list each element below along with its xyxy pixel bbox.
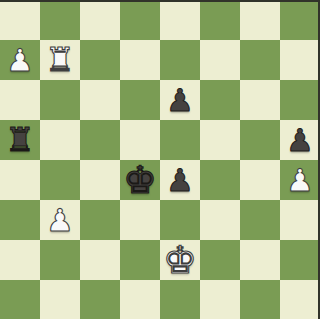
piece-black-king[interactable]: ♚ bbox=[120, 160, 160, 200]
square-f2[interactable] bbox=[200, 240, 240, 280]
square-c7[interactable] bbox=[80, 40, 120, 80]
square-h8[interactable] bbox=[280, 0, 320, 40]
square-f8[interactable] bbox=[200, 0, 240, 40]
square-c8[interactable] bbox=[80, 0, 120, 40]
square-f4[interactable] bbox=[200, 160, 240, 200]
square-c6[interactable] bbox=[80, 80, 120, 120]
square-c3[interactable] bbox=[80, 200, 120, 240]
square-g4[interactable] bbox=[240, 160, 280, 200]
square-b4[interactable] bbox=[40, 160, 80, 200]
square-d8[interactable] bbox=[120, 0, 160, 40]
square-a8[interactable] bbox=[0, 0, 40, 40]
square-g2[interactable] bbox=[240, 240, 280, 280]
square-g5[interactable] bbox=[240, 120, 280, 160]
square-h6[interactable] bbox=[280, 80, 320, 120]
square-a7[interactable]: ♟ bbox=[0, 40, 40, 80]
square-d7[interactable] bbox=[120, 40, 160, 80]
square-a1[interactable] bbox=[0, 280, 40, 319]
piece-black-pawn[interactable]: ♟ bbox=[160, 80, 200, 120]
piece-white-rook[interactable]: ♜ bbox=[40, 40, 80, 80]
chess-board-container: ♟♜♟♜♟♚♟♟♟♚ bbox=[0, 0, 320, 319]
square-e5[interactable] bbox=[160, 120, 200, 160]
square-e4[interactable]: ♟ bbox=[160, 160, 200, 200]
square-d6[interactable] bbox=[120, 80, 160, 120]
square-e2[interactable]: ♚ bbox=[160, 240, 200, 280]
piece-black-pawn[interactable]: ♟ bbox=[280, 120, 320, 160]
square-d4[interactable]: ♚ bbox=[120, 160, 160, 200]
square-b8[interactable] bbox=[40, 0, 80, 40]
square-d3[interactable] bbox=[120, 200, 160, 240]
square-a3[interactable] bbox=[0, 200, 40, 240]
piece-white-pawn[interactable]: ♟ bbox=[0, 40, 40, 80]
square-b2[interactable] bbox=[40, 240, 80, 280]
square-g8[interactable] bbox=[240, 0, 280, 40]
square-f5[interactable] bbox=[200, 120, 240, 160]
square-g6[interactable] bbox=[240, 80, 280, 120]
square-b5[interactable] bbox=[40, 120, 80, 160]
square-a5[interactable]: ♜ bbox=[0, 120, 40, 160]
square-e7[interactable] bbox=[160, 40, 200, 80]
square-b3[interactable]: ♟ bbox=[40, 200, 80, 240]
square-h7[interactable] bbox=[280, 40, 320, 80]
square-e1[interactable] bbox=[160, 280, 200, 319]
square-f3[interactable] bbox=[200, 200, 240, 240]
piece-black-rook[interactable]: ♜ bbox=[0, 120, 40, 160]
piece-white-pawn[interactable]: ♟ bbox=[40, 200, 80, 240]
piece-white-pawn[interactable]: ♟ bbox=[280, 160, 320, 200]
square-d2[interactable] bbox=[120, 240, 160, 280]
square-h4[interactable]: ♟ bbox=[280, 160, 320, 200]
square-g1[interactable] bbox=[240, 280, 280, 319]
board-top-border bbox=[0, 0, 320, 2]
square-c1[interactable] bbox=[80, 280, 120, 319]
square-h3[interactable] bbox=[280, 200, 320, 240]
square-g7[interactable] bbox=[240, 40, 280, 80]
square-b6[interactable] bbox=[40, 80, 80, 120]
square-f7[interactable] bbox=[200, 40, 240, 80]
square-g3[interactable] bbox=[240, 200, 280, 240]
square-b7[interactable]: ♜ bbox=[40, 40, 80, 80]
square-d1[interactable] bbox=[120, 280, 160, 319]
square-c5[interactable] bbox=[80, 120, 120, 160]
square-c2[interactable] bbox=[80, 240, 120, 280]
square-a2[interactable] bbox=[0, 240, 40, 280]
square-a6[interactable] bbox=[0, 80, 40, 120]
piece-white-king[interactable]: ♚ bbox=[160, 240, 200, 280]
square-h5[interactable]: ♟ bbox=[280, 120, 320, 160]
chess-board: ♟♜♟♜♟♚♟♟♟♚ bbox=[0, 0, 320, 319]
square-e8[interactable] bbox=[160, 0, 200, 40]
square-f6[interactable] bbox=[200, 80, 240, 120]
square-f1[interactable] bbox=[200, 280, 240, 319]
square-e3[interactable] bbox=[160, 200, 200, 240]
square-b1[interactable] bbox=[40, 280, 80, 319]
piece-black-pawn[interactable]: ♟ bbox=[160, 160, 200, 200]
square-d5[interactable] bbox=[120, 120, 160, 160]
square-h2[interactable] bbox=[280, 240, 320, 280]
square-c4[interactable] bbox=[80, 160, 120, 200]
square-e6[interactable]: ♟ bbox=[160, 80, 200, 120]
square-a4[interactable] bbox=[0, 160, 40, 200]
square-h1[interactable] bbox=[280, 280, 320, 319]
